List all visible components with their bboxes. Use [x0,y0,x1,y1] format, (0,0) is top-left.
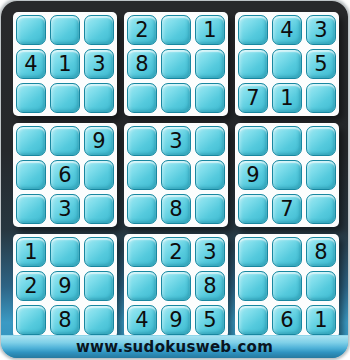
cell-r8c8[interactable] [272,271,302,301]
cell-r6c2[interactable]: 3 [50,194,80,224]
sudoku-widget-frame: 4132184357196338971298238495861 www.sudo… [1,1,348,358]
cell-r9c4[interactable]: 4 [127,305,157,335]
cell-r9c6[interactable]: 5 [195,305,225,335]
cell-r2c4[interactable]: 8 [127,49,157,79]
cell-r3c8[interactable]: 1 [272,83,302,113]
cell-r5c8[interactable] [272,160,302,190]
cell-r1c2[interactable] [50,15,80,45]
box-r1c1: 413 [13,12,117,116]
cell-r6c6[interactable] [195,194,225,224]
cell-r2c6[interactable] [195,49,225,79]
cell-r4c3[interactable]: 9 [84,126,114,156]
cell-r3c9[interactable] [306,83,336,113]
cell-r9c7[interactable] [238,305,268,335]
cell-r5c3[interactable] [84,160,114,190]
cell-r7c9[interactable]: 8 [306,237,336,267]
cell-r7c6[interactable]: 3 [195,237,225,267]
cell-r6c7[interactable] [238,194,268,224]
box-r1c2: 218 [124,12,228,116]
cell-r1c1[interactable] [16,15,46,45]
cell-r1c6[interactable]: 1 [195,15,225,45]
cell-r1c9[interactable]: 3 [306,15,336,45]
cell-r5c7[interactable]: 9 [238,160,268,190]
cell-r1c4[interactable]: 2 [127,15,157,45]
cell-r1c8[interactable]: 4 [272,15,302,45]
cell-r3c2[interactable] [50,83,80,113]
cell-r3c3[interactable] [84,83,114,113]
cell-r5c5[interactable] [161,160,191,190]
site-url[interactable]: www.sudokusweb.com [76,338,273,356]
cell-r7c4[interactable] [127,237,157,267]
cell-r2c3[interactable]: 3 [84,49,114,79]
cell-r2c8[interactable] [272,49,302,79]
cell-r1c5[interactable] [161,15,191,45]
cell-r3c1[interactable] [16,83,46,113]
cell-r6c5[interactable]: 8 [161,194,191,224]
cell-r9c8[interactable]: 6 [272,305,302,335]
cell-r2c2[interactable]: 1 [50,49,80,79]
cell-r5c1[interactable] [16,160,46,190]
cell-r8c3[interactable] [84,271,114,301]
cell-r4c9[interactable] [306,126,336,156]
cell-r6c8[interactable]: 7 [272,194,302,224]
cell-r5c2[interactable]: 6 [50,160,80,190]
cell-r1c7[interactable] [238,15,268,45]
cell-r4c5[interactable]: 3 [161,126,191,156]
cell-r9c3[interactable] [84,305,114,335]
cell-r1c3[interactable] [84,15,114,45]
box-r2c3: 97 [235,123,339,227]
cell-r3c7[interactable]: 7 [238,83,268,113]
cell-r8c9[interactable] [306,271,336,301]
cell-r7c3[interactable] [84,237,114,267]
page: 4132184357196338971298238495861 www.sudo… [0,0,350,360]
cell-r7c1[interactable]: 1 [16,237,46,267]
cell-r8c4[interactable] [127,271,157,301]
box-r2c2: 38 [124,123,228,227]
cell-r6c3[interactable] [84,194,114,224]
cell-r5c4[interactable] [127,160,157,190]
cell-r4c6[interactable] [195,126,225,156]
cell-r2c5[interactable] [161,49,191,79]
cell-r7c2[interactable] [50,237,80,267]
cell-r4c2[interactable] [50,126,80,156]
cell-r8c1[interactable]: 2 [16,271,46,301]
cell-r6c9[interactable] [306,194,336,224]
cell-r8c7[interactable] [238,271,268,301]
box-r2c1: 963 [13,123,117,227]
cell-r5c9[interactable] [306,160,336,190]
cell-r6c4[interactable] [127,194,157,224]
cell-r9c9[interactable]: 1 [306,305,336,335]
cell-r8c6[interactable]: 8 [195,271,225,301]
cell-r2c7[interactable] [238,49,268,79]
cell-r4c1[interactable] [16,126,46,156]
cell-r2c1[interactable]: 4 [16,49,46,79]
cell-r7c7[interactable] [238,237,268,267]
cell-r3c4[interactable] [127,83,157,113]
cell-r5c6[interactable] [195,160,225,190]
box-r3c1: 1298 [13,234,117,338]
cell-r4c4[interactable] [127,126,157,156]
cell-r4c7[interactable] [238,126,268,156]
cell-r9c2[interactable]: 8 [50,305,80,335]
cell-r8c5[interactable] [161,271,191,301]
box-r1c3: 43571 [235,12,339,116]
cell-r4c8[interactable] [272,126,302,156]
cell-r9c5[interactable]: 9 [161,305,191,335]
cell-r3c5[interactable] [161,83,191,113]
cell-r3c6[interactable] [195,83,225,113]
box-r3c2: 238495 [124,234,228,338]
cell-r7c5[interactable]: 2 [161,237,191,267]
cell-r2c9[interactable]: 5 [306,49,336,79]
footer-bar: www.sudokusweb.com [1,335,348,358]
box-r3c3: 861 [235,234,339,338]
cell-r9c1[interactable] [16,305,46,335]
cell-r6c1[interactable] [16,194,46,224]
cell-r8c2[interactable]: 9 [50,271,80,301]
sudoku-board: 4132184357196338971298238495861 [13,12,339,338]
cell-r7c8[interactable] [272,237,302,267]
